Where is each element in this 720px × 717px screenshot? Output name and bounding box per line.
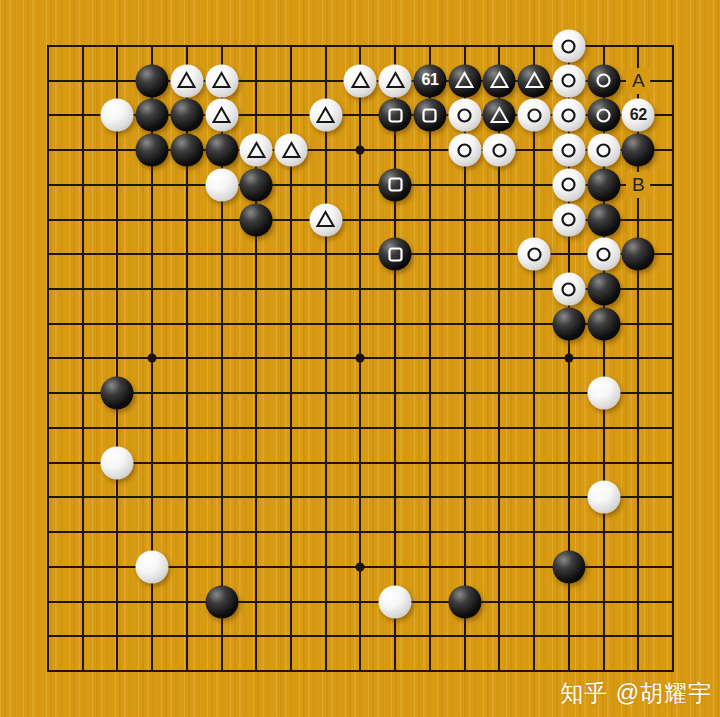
stone-white-circle [587, 238, 620, 271]
triangle-marker [524, 71, 544, 91]
stone-white-triangle [344, 64, 377, 97]
stone-white [136, 550, 169, 583]
stone-black [587, 273, 620, 306]
stone-white [379, 585, 412, 618]
stone-black-square [379, 99, 412, 132]
circle-marker [455, 140, 475, 160]
watermark: 知乎 @胡耀宇 [560, 678, 712, 709]
square-marker [385, 244, 405, 264]
stone-white-triangle [275, 134, 308, 167]
circle-marker [559, 175, 579, 195]
circle-marker [559, 140, 579, 160]
circle-marker [594, 105, 614, 125]
stone-black-triangle [518, 64, 551, 97]
star-point [356, 146, 365, 155]
stone-white-triangle [205, 64, 238, 97]
stone-white-circle [448, 134, 481, 167]
stone-white-circle [552, 30, 585, 63]
circle-marker [559, 36, 579, 56]
grid-line-vertical [394, 45, 396, 672]
circle-marker [524, 105, 544, 125]
stone-black-triangle [448, 64, 481, 97]
stone-black [170, 99, 203, 132]
stone-black [170, 134, 203, 167]
grid-line-horizontal [47, 531, 674, 533]
grid-line-horizontal [47, 462, 674, 464]
stone-black [101, 377, 134, 410]
stone-black-square [413, 99, 446, 132]
star-point [148, 354, 157, 363]
circle-marker [594, 71, 614, 91]
grid-line-horizontal [47, 670, 674, 672]
stone-white-triangle [205, 99, 238, 132]
stone-black-square [379, 238, 412, 271]
triangle-marker [455, 71, 475, 91]
star-point [356, 354, 365, 363]
stone-white-circle [518, 99, 551, 132]
stone-black [136, 99, 169, 132]
stone-black [587, 203, 620, 236]
stone-black [136, 134, 169, 167]
stone-white-triangle [379, 64, 412, 97]
stone-black [240, 168, 273, 201]
stone-black-triangle [483, 64, 516, 97]
stone-black [587, 168, 620, 201]
circle-marker [489, 140, 509, 160]
stone-white-move-62: 62 [622, 99, 655, 132]
stone-white-circle [552, 168, 585, 201]
stone-white-triangle [309, 99, 342, 132]
grid-line-vertical [429, 45, 431, 672]
stone-white-circle [552, 134, 585, 167]
stone-white-triangle [240, 134, 273, 167]
point-label-B: B [626, 172, 650, 198]
stone-black-move-61: 61 [413, 64, 446, 97]
stone-black [448, 585, 481, 618]
star-point [564, 354, 573, 363]
stone-black [205, 585, 238, 618]
stone-white-circle [448, 99, 481, 132]
stone-black [622, 134, 655, 167]
circle-marker [455, 105, 475, 125]
stone-white-circle [552, 203, 585, 236]
circle-marker [559, 105, 579, 125]
triangle-marker [246, 140, 266, 160]
stone-black [136, 64, 169, 97]
stone-black [552, 550, 585, 583]
stone-white-circle [518, 238, 551, 271]
circle-marker [559, 279, 579, 299]
triangle-marker [316, 105, 336, 125]
stone-white-triangle [309, 203, 342, 236]
move-number: 61 [422, 72, 439, 88]
triangle-marker [489, 71, 509, 91]
point-label-A: A [626, 68, 650, 94]
circle-marker [594, 244, 614, 264]
triangle-marker [212, 105, 232, 125]
square-marker [385, 175, 405, 195]
grid-line-horizontal [47, 635, 674, 637]
circle-marker [524, 244, 544, 264]
triangle-marker [212, 71, 232, 91]
triangle-marker [489, 105, 509, 125]
stone-black [240, 203, 273, 236]
grid-line-horizontal [47, 392, 674, 394]
stone-white-circle [483, 134, 516, 167]
move-number: 62 [630, 107, 647, 123]
stone-white-circle [552, 99, 585, 132]
stone-white [101, 99, 134, 132]
circle-marker [594, 140, 614, 160]
triangle-marker [316, 210, 336, 230]
stone-white-circle [587, 134, 620, 167]
go-diagram-image: 6162AB 知乎 @胡耀宇 [0, 0, 720, 717]
circle-marker [559, 210, 579, 230]
circle-marker [559, 71, 579, 91]
stone-white-triangle [170, 64, 203, 97]
stone-black-square [379, 168, 412, 201]
triangle-marker [177, 71, 197, 91]
stone-white [587, 377, 620, 410]
stone-white [101, 446, 134, 479]
stone-black-triangle [483, 99, 516, 132]
stone-white [587, 481, 620, 514]
stone-black [622, 238, 655, 271]
stone-black-circle [587, 64, 620, 97]
stone-black [587, 307, 620, 340]
triangle-marker [281, 140, 301, 160]
stone-black [552, 307, 585, 340]
watermark-text: 知乎 @胡耀宇 [560, 680, 712, 706]
grid-line-vertical [672, 45, 674, 672]
square-marker [420, 105, 440, 125]
grid-line-vertical [533, 45, 535, 672]
triangle-marker [385, 71, 405, 91]
stone-white [205, 168, 238, 201]
triangle-marker [350, 71, 370, 91]
square-marker [385, 105, 405, 125]
grid-line-horizontal [47, 496, 674, 498]
grid-line-horizontal [47, 427, 674, 429]
stone-white-circle [552, 273, 585, 306]
grid-line-horizontal [47, 601, 674, 603]
star-point [356, 562, 365, 571]
stone-black [205, 134, 238, 167]
stone-white-circle [552, 64, 585, 97]
stone-black-circle [587, 99, 620, 132]
